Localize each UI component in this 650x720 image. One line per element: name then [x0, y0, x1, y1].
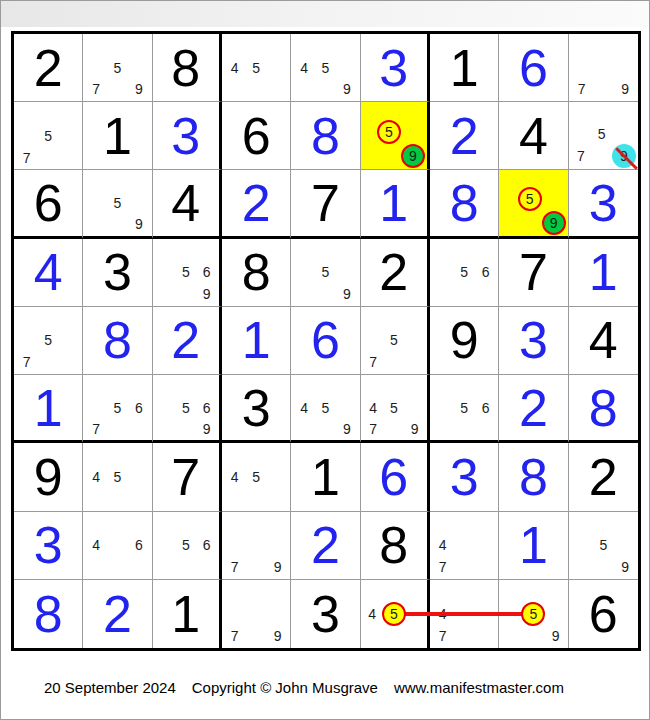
cell-r8c2[interactable]: 46 — [83, 512, 152, 580]
cell-r9c3[interactable]: 1 — [153, 580, 222, 648]
candidate-5-yellow-mark: 5 — [521, 602, 545, 626]
sudoku-grid: 2579845459316795713685924579659427185934… — [11, 31, 641, 651]
candidate-5: 5 — [175, 534, 196, 556]
solved-digit: 1 — [569, 239, 638, 306]
chain-link-line — [395, 612, 534, 616]
cell-r7c3[interactable]: 7 — [153, 443, 222, 511]
cell-r4c3[interactable]: 569 — [153, 239, 222, 307]
given-digit: 4 — [153, 170, 219, 235]
candidate-6: 6 — [196, 261, 217, 283]
candidate-5: 5 — [175, 261, 196, 283]
cell-r4c2[interactable]: 3 — [83, 239, 152, 307]
candidate-5: 5 — [37, 125, 58, 147]
cell-r1c7[interactable]: 1 — [430, 34, 499, 102]
cell-r5c1[interactable]: 57 — [14, 307, 83, 375]
cell-r7c4[interactable]: 45 — [222, 443, 291, 511]
cell-r1c6[interactable]: 3 — [361, 34, 430, 102]
given-digit: 3 — [222, 375, 290, 440]
candidate-grid: 59 — [363, 103, 425, 168]
candidate-grid: 79 — [224, 513, 288, 578]
candidate-grid: 79 — [571, 35, 636, 100]
cell-r7c5[interactable]: 1 — [291, 443, 360, 511]
solved-digit: 6 — [291, 307, 359, 374]
cell-r5c9[interactable]: 4 — [569, 307, 638, 375]
candidate-grid: 4579 — [363, 376, 425, 439]
cell-r1c8[interactable]: 6 — [499, 34, 568, 102]
candidate-5: 5 — [315, 57, 336, 79]
solved-digit: 1 — [499, 512, 567, 579]
cell-r7c2[interactable]: 45 — [83, 443, 152, 511]
given-digit: 2 — [14, 34, 82, 101]
candidate-9: 9 — [128, 214, 149, 235]
cell-r7c7[interactable]: 3 — [430, 443, 499, 511]
candidate-9: 9 — [336, 418, 357, 439]
candidate-5: 5 — [383, 397, 404, 418]
given-digit: 6 — [14, 170, 82, 235]
cell-r3c7[interactable]: 8 — [430, 170, 499, 238]
candidate-6: 6 — [196, 397, 217, 418]
solved-digit: 8 — [430, 170, 498, 235]
solved-digit: 2 — [83, 580, 151, 648]
cell-r5c8[interactable]: 3 — [499, 307, 568, 375]
solved-digit: 3 — [569, 170, 638, 235]
cell-r8c5[interactable]: 2 — [291, 512, 360, 580]
candidate-9: 9 — [267, 625, 288, 647]
cell-r6c4[interactable]: 3 — [222, 375, 291, 443]
app-window: 2579845459316795713685924579659427185934… — [0, 0, 650, 720]
candidate-5: 5 — [107, 57, 128, 79]
cell-r3c5[interactable]: 7 — [291, 170, 360, 238]
candidate-7: 7 — [85, 78, 106, 100]
solved-digit: 1 — [222, 307, 290, 374]
solved-digit: 3 — [361, 34, 427, 101]
candidate-5: 5 — [453, 261, 474, 283]
candidate-5: 5 — [453, 397, 474, 418]
cell-r3c6[interactable]: 1 — [361, 170, 430, 238]
cell-r9c2[interactable]: 2 — [83, 580, 152, 648]
candidate-6: 6 — [128, 397, 149, 418]
candidate-9: 9 — [404, 418, 425, 439]
cell-r8c9[interactable]: 59 — [569, 512, 638, 580]
candidate-4: 4 — [224, 466, 245, 488]
cell-r6c1[interactable]: 1 — [14, 375, 83, 443]
solved-digit: 2 — [291, 512, 359, 579]
cell-r4c7[interactable]: 56 — [430, 239, 499, 307]
solved-digit: 3 — [14, 512, 82, 579]
given-digit: 6 — [222, 102, 290, 169]
given-digit: 2 — [569, 443, 638, 510]
candidate-grid: 57 — [16, 308, 80, 373]
cell-r1c9[interactable]: 79 — [569, 34, 638, 102]
cell-r4c8[interactable]: 7 — [499, 239, 568, 307]
cell-r7c8[interactable]: 8 — [499, 443, 568, 511]
candidate-7: 7 — [363, 351, 384, 373]
cell-r4c5[interactable]: 59 — [291, 239, 360, 307]
candidate-grid: 56 — [155, 513, 217, 578]
given-digit: 1 — [83, 102, 151, 169]
given-digit: 8 — [222, 239, 290, 306]
candidate-6: 6 — [128, 534, 149, 556]
cell-r2c8[interactable]: 4 — [499, 102, 568, 170]
cell-r5c7[interactable]: 9 — [430, 307, 499, 375]
solved-digit: 2 — [153, 307, 219, 374]
candidate-5: 5 — [37, 330, 58, 352]
solved-digit: 3 — [499, 307, 567, 374]
footer: 20 September 2024Copyright © John Musgra… — [44, 679, 564, 696]
candidate-7: 7 — [571, 144, 592, 168]
given-digit: 9 — [14, 443, 82, 510]
candidate-6: 6 — [475, 261, 496, 283]
cell-r3c2[interactable]: 59 — [83, 170, 152, 238]
given-digit: 3 — [291, 580, 359, 648]
candidate-4: 4 — [293, 397, 314, 418]
cell-r1c5[interactable]: 459 — [291, 34, 360, 102]
candidate-9: 9 — [128, 78, 149, 100]
cell-r2c2[interactable]: 1 — [83, 102, 152, 170]
cell-r2c7[interactable]: 2 — [430, 102, 499, 170]
candidate-5: 5 — [107, 466, 128, 488]
cell-r3c9[interactable]: 3 — [569, 170, 638, 238]
cell-r5c4[interactable]: 1 — [222, 307, 291, 375]
solved-digit: 8 — [291, 102, 359, 169]
cell-r2c6[interactable]: 59 — [361, 102, 430, 170]
cell-r9c5[interactable]: 3 — [291, 580, 360, 648]
solved-digit: 3 — [153, 102, 219, 169]
candidate-5: 5 — [107, 193, 128, 214]
candidate-4: 4 — [85, 534, 106, 556]
cell-r3c1[interactable]: 6 — [14, 170, 83, 238]
solved-digit: 3 — [430, 443, 498, 510]
candidate-6: 6 — [475, 397, 496, 418]
solved-digit: 8 — [14, 580, 82, 648]
candidate-7: 7 — [85, 418, 106, 439]
candidate-grid: 59 — [293, 240, 357, 305]
candidate-5-ring-mark: 5 — [518, 187, 542, 211]
candidate-7: 7 — [363, 418, 384, 439]
solved-digit: 8 — [569, 375, 638, 440]
candidate-5: 5 — [245, 57, 266, 79]
candidate-4: 4 — [363, 602, 382, 626]
candidate-5: 5 — [591, 124, 612, 145]
candidate-4: 4 — [432, 534, 453, 556]
solved-digit: 8 — [499, 443, 567, 510]
candidate-5: 5 — [383, 330, 404, 352]
candidate-9: 9 — [267, 556, 288, 578]
given-digit: 8 — [361, 512, 427, 579]
candidate-7: 7 — [432, 556, 453, 578]
cell-r7c6[interactable]: 6 — [361, 443, 430, 511]
cell-r2c3[interactable]: 3 — [153, 102, 222, 170]
cell-r8c1[interactable]: 3 — [14, 512, 83, 580]
candidate-7: 7 — [571, 78, 593, 100]
candidate-grid: 47 — [432, 513, 496, 578]
cell-r4c1[interactable]: 4 — [14, 239, 83, 307]
given-digit: 3 — [83, 239, 151, 306]
given-digit: 9 — [430, 307, 498, 374]
cell-r6c3[interactable]: 569 — [153, 375, 222, 443]
candidate-grid: 569 — [155, 376, 217, 439]
cell-r2c4[interactable]: 6 — [222, 102, 291, 170]
candidate-5-ring-mark: 5 — [377, 120, 401, 144]
candidate-grid: 56 — [432, 240, 496, 305]
solved-digit: 2 — [499, 375, 567, 440]
cell-r5c3[interactable]: 2 — [153, 307, 222, 375]
footer-website: www.manifestmaster.com — [394, 679, 564, 696]
candidate-5: 5 — [315, 261, 336, 283]
candidate-5: 5 — [175, 397, 196, 418]
cell-r8c4[interactable]: 79 — [222, 512, 291, 580]
candidate-9: 9 — [545, 626, 565, 647]
candidate-7: 7 — [16, 351, 37, 373]
candidate-4: 4 — [363, 397, 384, 418]
cell-r7c1[interactable]: 9 — [14, 443, 83, 511]
given-digit: 1 — [430, 34, 498, 101]
cell-r8c6[interactable]: 8 — [361, 512, 430, 580]
given-digit: 7 — [291, 170, 359, 235]
candidate-5: 5 — [107, 397, 128, 418]
cell-r9c1[interactable]: 8 — [14, 580, 83, 648]
cell-r8c3[interactable]: 56 — [153, 512, 222, 580]
candidate-grid: 569 — [155, 240, 217, 305]
cell-r7c9[interactable]: 2 — [569, 443, 638, 511]
given-digit: 8 — [153, 34, 219, 101]
candidate-grid: 57 — [16, 103, 80, 168]
candidate-9: 9 — [196, 418, 217, 439]
given-digit: 7 — [153, 443, 219, 510]
candidate-5-yellow-mark: 5 — [382, 602, 406, 626]
given-digit: 2 — [361, 239, 427, 306]
candidate-9: 9 — [336, 78, 357, 100]
candidate-grid: 579 — [85, 35, 149, 100]
cell-r3c4[interactable]: 2 — [222, 170, 291, 238]
footer-copyright: Copyright © John Musgrave — [192, 679, 378, 696]
candidate-grid: 459 — [293, 35, 357, 100]
cell-r6c5[interactable]: 459 — [291, 375, 360, 443]
cell-r9c9[interactable]: 6 — [569, 580, 638, 648]
candidate-4: 4 — [224, 57, 245, 79]
title-bar — [1, 1, 650, 27]
given-digit: 1 — [153, 580, 219, 648]
given-digit: 4 — [499, 102, 567, 169]
candidate-grid: 45 — [85, 444, 149, 509]
candidate-grid: 79 — [224, 581, 288, 647]
candidate-7: 7 — [432, 625, 453, 647]
candidate-9: 9 — [196, 283, 217, 305]
solved-digit: 2 — [430, 102, 498, 169]
footer-date: 20 September 2024 — [44, 679, 176, 696]
candidate-4: 4 — [85, 466, 106, 488]
given-digit: 1 — [291, 443, 359, 510]
candidate-grid: 45 — [224, 35, 288, 100]
cell-r1c1[interactable]: 2 — [14, 34, 83, 102]
candidate-grid: 567 — [85, 376, 149, 439]
cell-r2c9[interactable]: 579 — [569, 102, 638, 170]
solved-digit: 2 — [222, 170, 290, 235]
cell-r1c2[interactable]: 579 — [83, 34, 152, 102]
candidate-7: 7 — [224, 556, 245, 578]
solved-digit: 6 — [361, 443, 427, 510]
candidate-grid: 56 — [432, 376, 496, 439]
candidate-9-cyan-mark: 9 — [612, 144, 636, 168]
candidate-grid: 57 — [363, 308, 425, 373]
cell-r6c6[interactable]: 4579 — [361, 375, 430, 443]
cell-r6c9[interactable]: 8 — [569, 375, 638, 443]
candidate-9-green-mark: 9 — [542, 211, 566, 235]
candidate-9: 9 — [614, 556, 636, 578]
solved-digit: 1 — [14, 375, 82, 440]
candidate-grid: 46 — [85, 513, 149, 578]
candidate-grid: 45 — [224, 444, 288, 509]
cell-r5c2[interactable]: 8 — [83, 307, 152, 375]
candidate-grid: 459 — [293, 376, 357, 439]
candidate-7: 7 — [16, 147, 37, 169]
cell-r1c3[interactable]: 8 — [153, 34, 222, 102]
candidate-9-green-mark: 9 — [401, 144, 425, 168]
candidate-7: 7 — [224, 625, 245, 647]
candidate-6: 6 — [196, 534, 217, 556]
cell-r8c7[interactable]: 47 — [430, 512, 499, 580]
cell-r9c4[interactable]: 79 — [222, 580, 291, 648]
given-digit: 4 — [569, 307, 638, 374]
solved-digit: 6 — [499, 34, 567, 101]
solved-digit: 4 — [14, 239, 82, 306]
cell-r6c7[interactable]: 56 — [430, 375, 499, 443]
cell-r8c8[interactable]: 1 — [499, 512, 568, 580]
given-digit: 7 — [499, 239, 567, 306]
candidate-grid: 59 — [85, 171, 149, 234]
cell-r4c4[interactable]: 8 — [222, 239, 291, 307]
cell-r5c5[interactable]: 6 — [291, 307, 360, 375]
solved-digit: 1 — [361, 170, 427, 235]
cell-r5c6[interactable]: 57 — [361, 307, 430, 375]
cell-r4c6[interactable]: 2 — [361, 239, 430, 307]
given-digit: 6 — [569, 580, 638, 648]
candidate-grid: 59 — [501, 171, 565, 234]
candidate-grid: 579 — [571, 103, 636, 168]
cell-r2c1[interactable]: 57 — [14, 102, 83, 170]
cell-r4c9[interactable]: 1 — [569, 239, 638, 307]
cell-r3c8[interactable]: 59 — [499, 170, 568, 238]
cell-r6c8[interactable]: 2 — [499, 375, 568, 443]
candidate-9: 9 — [336, 283, 357, 305]
candidate-5: 5 — [315, 397, 336, 418]
cell-r1c4[interactable]: 45 — [222, 34, 291, 102]
candidate-5: 5 — [245, 466, 266, 488]
candidate-5: 5 — [592, 534, 614, 556]
candidate-grid: 59 — [571, 513, 636, 578]
cell-r2c5[interactable]: 8 — [291, 102, 360, 170]
candidate-9: 9 — [614, 78, 636, 100]
candidate-4: 4 — [293, 57, 314, 79]
cell-r6c2[interactable]: 567 — [83, 375, 152, 443]
solved-digit: 8 — [83, 307, 151, 374]
cell-r3c3[interactable]: 4 — [153, 170, 222, 238]
